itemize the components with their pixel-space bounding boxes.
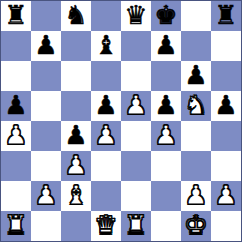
square-f7[interactable]: ♟	[151, 31, 181, 61]
black-pawn[interactable]: ♟	[34, 32, 57, 58]
black-pawn[interactable]: ♟	[154, 32, 177, 58]
square-g2[interactable]: ♟	[181, 181, 211, 211]
square-e1[interactable]: ♜	[121, 211, 151, 241]
black-pawn[interactable]: ♟	[154, 92, 177, 118]
square-d4[interactable]: ♟	[91, 121, 121, 151]
black-pawn[interactable]: ♟	[4, 92, 27, 118]
square-d8[interactable]	[91, 1, 121, 31]
square-a7[interactable]	[1, 31, 31, 61]
white-king[interactable]: ♚	[184, 212, 207, 238]
square-f4[interactable]: ♟	[151, 121, 181, 151]
black-knight[interactable]: ♞	[64, 2, 87, 28]
square-e4[interactable]	[121, 121, 151, 151]
square-h6[interactable]	[211, 61, 241, 91]
square-c3[interactable]: ♟	[61, 151, 91, 181]
square-f5[interactable]: ♟	[151, 91, 181, 121]
square-a5[interactable]: ♟	[1, 91, 31, 121]
square-h7[interactable]	[211, 31, 241, 61]
square-e7[interactable]	[121, 31, 151, 61]
black-pawn[interactable]: ♟	[94, 92, 117, 118]
square-g5[interactable]: ♞	[181, 91, 211, 121]
square-b7[interactable]: ♟	[31, 31, 61, 61]
black-rook[interactable]: ♜	[4, 2, 27, 28]
square-c8[interactable]: ♞	[61, 1, 91, 31]
square-h5[interactable]: ♟	[211, 91, 241, 121]
square-b1[interactable]	[31, 211, 61, 241]
white-pawn[interactable]: ♟	[94, 122, 117, 148]
square-d6[interactable]	[91, 61, 121, 91]
black-king[interactable]: ♚	[154, 2, 177, 28]
square-h8[interactable]: ♜	[211, 1, 241, 31]
white-bishop[interactable]: ♝	[64, 182, 87, 208]
square-d5[interactable]: ♟	[91, 91, 121, 121]
square-f8[interactable]: ♚	[151, 1, 181, 31]
square-a4[interactable]: ♟	[1, 121, 31, 151]
white-pawn[interactable]: ♟	[34, 182, 57, 208]
square-d1[interactable]: ♛	[91, 211, 121, 241]
black-pawn[interactable]: ♟	[214, 92, 237, 118]
white-rook[interactable]: ♜	[124, 212, 147, 238]
square-a2[interactable]	[1, 181, 31, 211]
square-c6[interactable]	[61, 61, 91, 91]
square-c1[interactable]	[61, 211, 91, 241]
black-queen[interactable]: ♛	[124, 2, 147, 28]
white-pawn[interactable]: ♟	[124, 92, 147, 118]
square-c5[interactable]	[61, 91, 91, 121]
white-rook[interactable]: ♜	[4, 212, 27, 238]
square-e6[interactable]	[121, 61, 151, 91]
black-pawn[interactable]: ♟	[64, 122, 87, 148]
square-a1[interactable]: ♜	[1, 211, 31, 241]
white-pawn[interactable]: ♟	[184, 182, 207, 208]
square-b6[interactable]	[31, 61, 61, 91]
square-h1[interactable]	[211, 211, 241, 241]
square-d2[interactable]	[91, 181, 121, 211]
square-e3[interactable]	[121, 151, 151, 181]
white-pawn[interactable]: ♟	[64, 152, 87, 178]
white-knight[interactable]: ♞	[184, 92, 207, 118]
square-g6[interactable]: ♟	[181, 61, 211, 91]
square-c4[interactable]: ♟	[61, 121, 91, 151]
square-b3[interactable]	[31, 151, 61, 181]
square-g7[interactable]	[181, 31, 211, 61]
square-e5[interactable]: ♟	[121, 91, 151, 121]
square-a6[interactable]	[1, 61, 31, 91]
square-e8[interactable]: ♛	[121, 1, 151, 31]
square-e2[interactable]	[121, 181, 151, 211]
square-c7[interactable]	[61, 31, 91, 61]
square-a3[interactable]	[1, 151, 31, 181]
square-c2[interactable]: ♝	[61, 181, 91, 211]
square-d7[interactable]: ♝	[91, 31, 121, 61]
black-rook[interactable]: ♜	[214, 2, 237, 28]
square-a8[interactable]: ♜	[1, 1, 31, 31]
square-g8[interactable]	[181, 1, 211, 31]
chess-board: ♜♞♛♚♜♟♝♟♟♟♟♟♟♞♟♟♟♟♟♟♟♝♟♟♜♛♜♚	[0, 0, 242, 242]
black-pawn[interactable]: ♟	[184, 62, 207, 88]
square-b5[interactable]	[31, 91, 61, 121]
square-g3[interactable]	[181, 151, 211, 181]
white-pawn[interactable]: ♟	[214, 182, 237, 208]
white-pawn[interactable]: ♟	[154, 122, 177, 148]
square-f1[interactable]	[151, 211, 181, 241]
square-g1[interactable]: ♚	[181, 211, 211, 241]
white-queen[interactable]: ♛	[94, 212, 117, 238]
black-bishop[interactable]: ♝	[94, 32, 117, 58]
square-f3[interactable]	[151, 151, 181, 181]
square-f2[interactable]	[151, 181, 181, 211]
square-d3[interactable]	[91, 151, 121, 181]
square-b4[interactable]	[31, 121, 61, 151]
square-h3[interactable]	[211, 151, 241, 181]
square-h2[interactable]: ♟	[211, 181, 241, 211]
square-h4[interactable]	[211, 121, 241, 151]
square-g4[interactable]	[181, 121, 211, 151]
square-b8[interactable]	[31, 1, 61, 31]
square-b2[interactable]: ♟	[31, 181, 61, 211]
square-f6[interactable]	[151, 61, 181, 91]
white-pawn[interactable]: ♟	[4, 122, 27, 148]
